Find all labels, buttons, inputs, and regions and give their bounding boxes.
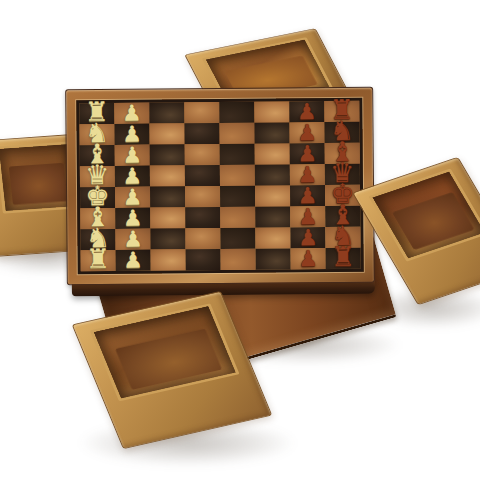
square-d3[interactable] [150, 165, 185, 186]
square-e4[interactable] [185, 186, 220, 207]
square-h6[interactable] [256, 248, 291, 269]
square-e7[interactable]: ♟ [290, 185, 325, 206]
square-b5[interactable] [219, 123, 254, 144]
square-g5[interactable] [220, 228, 255, 249]
square-f6[interactable] [255, 206, 290, 227]
chess-board: ♜♟♟♜♞♟♟♞♝♟♟♝♛♟♟♛♚♟♟♚♝♟♟♝♞♟♟♞♜♟♟♜ [65, 87, 375, 286]
board-frame: ♜♟♟♜♞♟♟♞♝♟♟♝♛♟♟♛♚♟♟♚♝♟♟♝♞♟♟♞♜♟♟♜ [65, 87, 375, 286]
square-b6[interactable] [254, 122, 289, 143]
square-f4[interactable] [185, 207, 220, 228]
square-d5[interactable] [220, 165, 255, 186]
square-h4[interactable] [186, 249, 221, 270]
box-floor [392, 192, 474, 250]
piece-white-rook-h1[interactable]: ♜ [86, 245, 110, 272]
square-g3[interactable] [150, 228, 185, 249]
square-c4[interactable] [185, 144, 220, 165]
piece-black-rook-h8[interactable]: ♜ [331, 243, 355, 270]
square-h7[interactable]: ♟ [291, 248, 326, 269]
square-b2[interactable]: ♟ [114, 124, 149, 145]
square-h3[interactable] [151, 249, 186, 270]
square-a5[interactable] [219, 102, 254, 123]
piece-black-pawn-h7[interactable]: ♟ [298, 248, 318, 270]
square-c3[interactable] [150, 144, 185, 165]
box-cavity [90, 303, 240, 401]
square-g2[interactable]: ♟ [115, 229, 150, 250]
square-g7[interactable]: ♟ [290, 227, 325, 248]
square-g6[interactable] [255, 227, 290, 248]
square-b4[interactable] [184, 123, 219, 144]
square-d4[interactable] [185, 165, 220, 186]
box-cavity [368, 168, 480, 261]
square-c5[interactable] [220, 144, 255, 165]
product-photo: ♜♟♟♜♞♟♟♞♝♟♟♝♛♟♟♛♚♟♟♚♝♟♟♝♞♟♟♞♜♟♟♜ [0, 0, 480, 480]
board-grid: ♜♟♟♜♞♟♟♞♝♟♟♝♛♟♟♛♚♟♟♚♝♟♟♝♞♟♟♞♜♟♟♜ [79, 101, 360, 271]
square-d6[interactable] [255, 164, 290, 185]
square-h8[interactable]: ♜ [326, 248, 361, 269]
square-d2[interactable]: ♟ [115, 166, 150, 187]
box-floor [116, 329, 222, 390]
square-b7[interactable]: ♟ [289, 122, 324, 143]
square-a2[interactable]: ♟ [114, 103, 149, 124]
square-e2[interactable]: ♟ [115, 187, 150, 208]
square-h5[interactable] [221, 249, 256, 270]
square-f2[interactable]: ♟ [115, 208, 150, 229]
square-h1[interactable]: ♜ [81, 250, 116, 271]
board-playing-area: ♜♟♟♜♞♟♟♞♝♟♟♝♛♟♟♛♚♟♟♚♝♟♟♝♞♟♟♞♜♟♟♜ [76, 98, 364, 274]
square-g4[interactable] [185, 228, 220, 249]
square-c2[interactable]: ♟ [115, 145, 150, 166]
square-e6[interactable] [255, 185, 290, 206]
square-h2[interactable]: ♟ [116, 250, 151, 271]
square-c6[interactable] [255, 143, 290, 164]
square-c7[interactable]: ♟ [290, 143, 325, 164]
square-e3[interactable] [150, 186, 185, 207]
square-f3[interactable] [150, 207, 185, 228]
square-f7[interactable]: ♟ [290, 206, 325, 227]
square-f5[interactable] [220, 207, 255, 228]
square-e5[interactable] [220, 186, 255, 207]
square-a4[interactable] [184, 102, 219, 123]
square-d7[interactable]: ♟ [290, 164, 325, 185]
square-b3[interactable] [149, 123, 184, 144]
square-a6[interactable] [254, 101, 289, 122]
square-a7[interactable]: ♟ [289, 101, 324, 122]
box-floor [9, 163, 68, 205]
piece-white-pawn-h2[interactable]: ♟ [123, 250, 143, 272]
square-a3[interactable] [149, 102, 184, 123]
